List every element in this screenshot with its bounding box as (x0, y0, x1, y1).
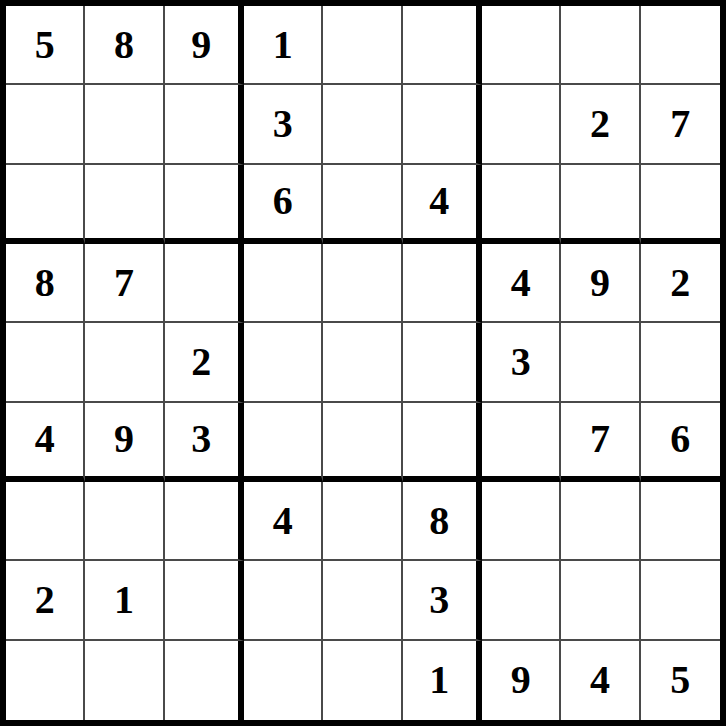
cell-r1c2[interactable]: 8 (85, 6, 164, 85)
cell-r3c3[interactable] (165, 165, 244, 244)
sudoku-board: 589132764874922349376482131945 (0, 0, 726, 726)
cell-r1c1[interactable]: 5 (6, 6, 85, 85)
cell-r9c9[interactable]: 5 (641, 641, 720, 720)
cell-r6c5[interactable] (323, 403, 402, 482)
cell-r9c2[interactable] (85, 641, 164, 720)
cell-r5c7[interactable]: 3 (482, 323, 561, 402)
cell-r2c7[interactable] (482, 85, 561, 164)
cell-r6c6[interactable] (403, 403, 482, 482)
cell-r4c1[interactable]: 8 (6, 244, 85, 323)
cell-r4c2[interactable]: 7 (85, 244, 164, 323)
cell-r8c4[interactable] (244, 561, 323, 640)
cell-r6c8[interactable]: 7 (561, 403, 640, 482)
cell-r1c5[interactable] (323, 6, 402, 85)
cell-r2c2[interactable] (85, 85, 164, 164)
cell-r8c9[interactable] (641, 561, 720, 640)
cell-r5c8[interactable] (561, 323, 640, 402)
cell-r2c3[interactable] (165, 85, 244, 164)
cell-r5c4[interactable] (244, 323, 323, 402)
cell-r9c8[interactable]: 4 (561, 641, 640, 720)
cell-r2c9[interactable]: 7 (641, 85, 720, 164)
cell-r7c2[interactable] (85, 482, 164, 561)
cell-r3c2[interactable] (85, 165, 164, 244)
cell-r7c6[interactable]: 8 (403, 482, 482, 561)
cell-r4c5[interactable] (323, 244, 402, 323)
cell-r8c2[interactable]: 1 (85, 561, 164, 640)
cell-r3c4[interactable]: 6 (244, 165, 323, 244)
cell-r1c4[interactable]: 1 (244, 6, 323, 85)
cell-r6c4[interactable] (244, 403, 323, 482)
cell-r5c1[interactable] (6, 323, 85, 402)
cell-r7c5[interactable] (323, 482, 402, 561)
cell-r7c3[interactable] (165, 482, 244, 561)
cell-r7c1[interactable] (6, 482, 85, 561)
cell-r9c5[interactable] (323, 641, 402, 720)
cell-r1c8[interactable] (561, 6, 640, 85)
cell-r7c4[interactable]: 4 (244, 482, 323, 561)
cell-r9c1[interactable] (6, 641, 85, 720)
cell-r3c6[interactable]: 4 (403, 165, 482, 244)
cell-r3c8[interactable] (561, 165, 640, 244)
cell-r4c9[interactable]: 2 (641, 244, 720, 323)
cell-r2c4[interactable]: 3 (244, 85, 323, 164)
cell-r4c3[interactable] (165, 244, 244, 323)
cell-r4c6[interactable] (403, 244, 482, 323)
cell-r1c7[interactable] (482, 6, 561, 85)
cell-r7c8[interactable] (561, 482, 640, 561)
cell-r9c6[interactable]: 1 (403, 641, 482, 720)
cell-r3c9[interactable] (641, 165, 720, 244)
cell-r2c8[interactable]: 2 (561, 85, 640, 164)
cell-r5c3[interactable]: 2 (165, 323, 244, 402)
cell-r9c4[interactable] (244, 641, 323, 720)
cell-r8c8[interactable] (561, 561, 640, 640)
cell-r2c5[interactable] (323, 85, 402, 164)
cell-r9c7[interactable]: 9 (482, 641, 561, 720)
cell-r2c6[interactable] (403, 85, 482, 164)
cell-r5c5[interactable] (323, 323, 402, 402)
cell-r8c7[interactable] (482, 561, 561, 640)
cell-r6c3[interactable]: 3 (165, 403, 244, 482)
cell-r5c9[interactable] (641, 323, 720, 402)
cell-r4c7[interactable]: 4 (482, 244, 561, 323)
cell-r7c7[interactable] (482, 482, 561, 561)
cell-r8c5[interactable] (323, 561, 402, 640)
cell-r5c6[interactable] (403, 323, 482, 402)
cell-r6c2[interactable]: 9 (85, 403, 164, 482)
cell-r5c2[interactable] (85, 323, 164, 402)
cell-r3c5[interactable] (323, 165, 402, 244)
cell-r7c9[interactable] (641, 482, 720, 561)
cell-r8c3[interactable] (165, 561, 244, 640)
cell-r4c4[interactable] (244, 244, 323, 323)
cell-r3c1[interactable] (6, 165, 85, 244)
cell-r6c1[interactable]: 4 (6, 403, 85, 482)
cell-r1c9[interactable] (641, 6, 720, 85)
cell-r8c1[interactable]: 2 (6, 561, 85, 640)
cell-r1c3[interactable]: 9 (165, 6, 244, 85)
cell-r3c7[interactable] (482, 165, 561, 244)
cell-r9c3[interactable] (165, 641, 244, 720)
cell-r6c7[interactable] (482, 403, 561, 482)
cell-r2c1[interactable] (6, 85, 85, 164)
cell-r6c9[interactable]: 6 (641, 403, 720, 482)
cell-r4c8[interactable]: 9 (561, 244, 640, 323)
cell-r1c6[interactable] (403, 6, 482, 85)
cell-r8c6[interactable]: 3 (403, 561, 482, 640)
